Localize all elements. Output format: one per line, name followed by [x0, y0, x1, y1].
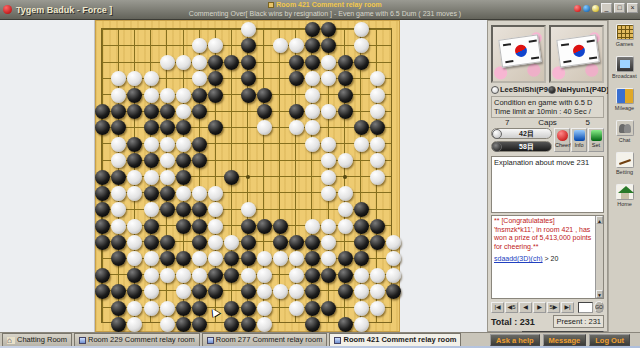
- black-stone: [111, 170, 126, 185]
- black-stone: [338, 88, 353, 103]
- status-dot-red-icon[interactable]: [574, 5, 581, 12]
- white-stone: [176, 284, 191, 299]
- white-stone: [160, 153, 175, 168]
- white-stone: [321, 219, 336, 234]
- black-stone: [289, 104, 304, 119]
- player-photos: [491, 25, 604, 83]
- black-stone: [144, 104, 159, 119]
- black-stone: [338, 268, 353, 283]
- white-stone: [289, 268, 304, 283]
- nav-back5-button[interactable]: ◀5: [505, 302, 518, 313]
- white-stone: [176, 137, 191, 152]
- black-stone: [160, 202, 175, 217]
- white-stone: [241, 22, 256, 37]
- white-stone: [354, 301, 369, 316]
- trigram-icon: [563, 60, 571, 63]
- toolbar-chat-button[interactable]: Chat: [612, 120, 638, 143]
- white-stone: [241, 268, 256, 283]
- white-stone: [144, 284, 159, 299]
- white-stone: [338, 153, 353, 168]
- black-stone: [289, 235, 304, 250]
- captures-row: 7 Caps 5: [491, 118, 604, 127]
- black-stone: [273, 219, 288, 234]
- tab-room-277[interactable]: Room 277 Comment relay room: [202, 333, 328, 346]
- game-status-line: Commenting Over[ Black wins by resignati…: [150, 9, 500, 18]
- board-icon: [207, 337, 214, 344]
- white-stone: [370, 301, 385, 316]
- slider-knob[interactable]: [492, 129, 502, 139]
- white-stone-icon: [491, 86, 499, 94]
- main-menu-toolbar: GamesBroadcastMileageChatBettingHome: [608, 20, 640, 332]
- white-stone: [338, 219, 353, 234]
- chat-count: > 20: [543, 255, 559, 262]
- toolbar-mileage-button[interactable]: Mileage: [612, 88, 638, 111]
- black-stone: [257, 104, 272, 119]
- black-stone: [192, 301, 207, 316]
- white-stone: [144, 137, 159, 152]
- set-gift-icon: [591, 130, 602, 141]
- toolbar-broadcast-button[interactable]: Broadcast: [612, 56, 638, 79]
- titlebar-buttons: _ □ ×: [574, 3, 638, 13]
- slider-knob[interactable]: [492, 142, 502, 152]
- white-stone: [111, 186, 126, 201]
- game-info-sidebar: LeeShiShi(P9 NaHyun1(P4D) Condition en g…: [487, 20, 608, 332]
- games-icon: [616, 24, 634, 40]
- black-stone: [192, 219, 207, 234]
- white-player-photo: [491, 25, 546, 83]
- board-icon: [79, 337, 86, 344]
- black-stone: [370, 235, 385, 250]
- black-stone: [208, 55, 223, 70]
- home-icon: [616, 184, 634, 200]
- black-stone: [241, 88, 256, 103]
- broadcast-icon: [616, 56, 634, 72]
- black-stone: [176, 219, 191, 234]
- black-stone: [338, 284, 353, 299]
- black-stone: [176, 153, 191, 168]
- white-stone: [111, 88, 126, 103]
- white-stone: [127, 219, 142, 234]
- present-move: Present : 231: [553, 315, 604, 328]
- black-stone: [160, 120, 175, 135]
- star-point: [246, 175, 250, 179]
- white-stone: [176, 88, 191, 103]
- go-board[interactable]: ▲: [95, 20, 400, 332]
- explanation-box[interactable]: Explanation about move 231: [491, 156, 604, 213]
- left-empty-panel: [0, 20, 95, 332]
- white-stone: [160, 317, 175, 332]
- minimize-button[interactable]: _: [601, 3, 612, 13]
- black-stone: [224, 170, 239, 185]
- black-stone: [95, 186, 110, 201]
- info-button[interactable]: Info: [571, 128, 587, 152]
- white-stone: [176, 55, 191, 70]
- trigram-icon: [561, 43, 569, 46]
- black-stone: [160, 235, 175, 250]
- black-stone: [257, 219, 272, 234]
- white-stone: [127, 317, 142, 332]
- black-stone: [241, 317, 256, 332]
- trigram-icon: [589, 56, 597, 59]
- white-stone: [257, 317, 272, 332]
- white-stone: [370, 268, 385, 283]
- white-stone: [257, 268, 272, 283]
- black-player-photo: [549, 25, 604, 83]
- white-stone: [127, 170, 142, 185]
- app-icon: [3, 5, 12, 14]
- black-stone: [224, 317, 239, 332]
- white-stone: [127, 301, 142, 316]
- white-stone: [160, 301, 175, 316]
- home-icon: ⌂: [7, 337, 15, 344]
- black-stone: [208, 268, 223, 283]
- black-stone: [176, 301, 191, 316]
- black-player-name: NaHyun1(P4D): [548, 85, 609, 94]
- black-stone: [354, 219, 369, 234]
- go-button[interactable]: GO: [594, 301, 604, 313]
- black-stone: [176, 317, 191, 332]
- logout-button[interactable]: Log Out: [589, 334, 630, 346]
- black-stone: [241, 71, 256, 86]
- white-stone: [160, 137, 175, 152]
- white-stone: [338, 202, 353, 217]
- black-stone: [144, 186, 159, 201]
- info-sign-icon: [574, 130, 585, 141]
- white-captures: 7: [505, 118, 509, 127]
- black-stone: [241, 235, 256, 250]
- black-stone: [95, 268, 110, 283]
- black-stone: [95, 219, 110, 234]
- black-stone: [192, 88, 207, 103]
- cheer-button[interactable]: Cheer!: [554, 128, 570, 152]
- black-captures: 5: [586, 118, 590, 127]
- black-stone: [241, 301, 256, 316]
- white-stone: [111, 137, 126, 152]
- black-stone: [289, 55, 304, 70]
- korean-flag-icon: [556, 34, 600, 67]
- taeguk-icon: [513, 43, 529, 59]
- black-stone: [127, 88, 142, 103]
- white-stone: [144, 251, 159, 266]
- mileage-icon: [616, 88, 634, 104]
- territory-and-buttons: 42目 58目 Cheer! Info Set: [491, 128, 604, 154]
- black-stone: [144, 235, 159, 250]
- set-button[interactable]: Set: [588, 128, 604, 152]
- toolbar-label: Home: [617, 201, 632, 207]
- status-dot-yellow-icon[interactable]: [592, 5, 599, 12]
- black-stone: [354, 120, 369, 135]
- black-stone: [95, 235, 110, 250]
- trigram-icon: [503, 43, 511, 46]
- betting-icon: [616, 152, 634, 168]
- tab-room-229[interactable]: Room 229 Comment relay room: [74, 333, 200, 346]
- white-stone: [192, 186, 207, 201]
- nav-back-button[interactable]: ◀: [519, 302, 532, 313]
- white-stone: [111, 219, 126, 234]
- white-stone: [305, 88, 320, 103]
- black-stone: [257, 88, 272, 103]
- board-icon: [334, 337, 341, 344]
- condition-box: Condition en game with 6.5 D Time limit …: [491, 96, 604, 118]
- move-number-input[interactable]: [578, 302, 593, 313]
- black-stone: [95, 170, 110, 185]
- board-icon: [268, 2, 274, 8]
- black-stone: [144, 120, 159, 135]
- toolbar-label: Broadcast: [612, 73, 637, 79]
- white-stone: [160, 268, 175, 283]
- black-territory-slider[interactable]: 58目: [491, 141, 552, 152]
- black-stone: [305, 317, 320, 332]
- white-stone: [144, 170, 159, 185]
- black-stone: [241, 284, 256, 299]
- black-stone: [386, 284, 401, 299]
- white-territory-value: 42目: [502, 129, 551, 139]
- white-stone: [370, 88, 385, 103]
- black-stone: [338, 251, 353, 266]
- chat-icon: [616, 120, 634, 136]
- black-stone: [111, 301, 126, 316]
- explanation-text: Explanation about move 231: [494, 158, 589, 167]
- black-stone: [241, 38, 256, 53]
- white-stone: [241, 202, 256, 217]
- white-stone: [144, 301, 159, 316]
- black-stone: [338, 317, 353, 332]
- maximize-button[interactable]: □: [614, 3, 625, 13]
- white-stone: [144, 268, 159, 283]
- black-stone: [208, 88, 223, 103]
- trigram-icon: [505, 60, 513, 63]
- white-stone: [354, 22, 369, 37]
- white-stone: [257, 284, 272, 299]
- right-empty-panel: [400, 20, 487, 332]
- black-stone: [241, 55, 256, 70]
- room-title: Room 421 Comment relay room: [150, 0, 500, 9]
- chat-scrollbar[interactable]: ▲ ▼: [595, 216, 603, 298]
- territory-sliders: 42目 58目: [491, 128, 552, 154]
- toolbar-label: Games: [616, 41, 634, 47]
- tab-chatting-room[interactable]: ⌂ Chatting Room: [2, 333, 72, 346]
- black-stone: [305, 55, 320, 70]
- white-stone: [176, 104, 191, 119]
- black-territory-value: 58目: [502, 142, 551, 152]
- white-stone: [289, 301, 304, 316]
- white-stone: [257, 120, 272, 135]
- white-stone: [144, 202, 159, 217]
- black-stone: [192, 317, 207, 332]
- white-stone: [370, 153, 385, 168]
- white-stone: [354, 284, 369, 299]
- totals-row: Total : 231 Present : 231: [491, 315, 604, 328]
- app-window: Tygem Baduk - Force ] Room 421 Comment r…: [0, 0, 640, 348]
- black-stone: [192, 235, 207, 250]
- white-stone: [160, 55, 175, 70]
- black-stone: [273, 235, 288, 250]
- black-stone: [305, 268, 320, 283]
- black-stone: [354, 55, 369, 70]
- white-territory-slider[interactable]: 42目: [491, 128, 552, 139]
- trigram-icon: [587, 40, 595, 43]
- black-stone: [111, 104, 126, 119]
- white-stone: [354, 317, 369, 332]
- move-navigation: |◀ ◀5 ◀ ▶ 5▶ ▶| GO: [491, 301, 604, 313]
- black-stone: [321, 301, 336, 316]
- white-stone: [386, 235, 401, 250]
- black-stone: [160, 186, 175, 201]
- white-stone: [338, 186, 353, 201]
- trigram-icon: [531, 56, 539, 59]
- nav-last-button[interactable]: ▶|: [561, 302, 574, 313]
- total-moves: Total : 231: [491, 317, 535, 327]
- white-stone: [354, 137, 369, 152]
- window-title: Tygem Baduk - Force ]: [16, 5, 112, 15]
- white-stone: [321, 170, 336, 185]
- tab-room-421[interactable]: Room 421 Comment relay room: [329, 333, 461, 346]
- black-stone: [127, 137, 142, 152]
- white-stone: [160, 88, 175, 103]
- white-player-name: LeeShiShi(P9: [491, 85, 548, 94]
- white-stone: [144, 71, 159, 86]
- toolbar-home-button[interactable]: Home: [612, 184, 638, 207]
- message-button[interactable]: Message: [543, 334, 587, 346]
- room-tabs-bar: ⌂ Chatting Room Room 229 Comment relay r…: [0, 332, 640, 346]
- korean-flag-icon: [498, 34, 542, 67]
- white-stone: [386, 268, 401, 283]
- black-stone: [95, 104, 110, 119]
- black-stone: [192, 137, 207, 152]
- nav-first-button[interactable]: |◀: [491, 302, 504, 313]
- room-buttons: Cheer! Info Set: [554, 128, 604, 154]
- black-stone: [241, 219, 256, 234]
- cheer-ball-icon: [557, 130, 568, 141]
- time-limit-line: Time limit ar 10min : 40 Sec /: [494, 107, 601, 116]
- black-stone: [338, 71, 353, 86]
- white-stone: [176, 186, 191, 201]
- white-stone: [370, 104, 385, 119]
- nav-forward-button[interactable]: ▶: [533, 302, 546, 313]
- white-stone: [370, 137, 385, 152]
- white-stone: [160, 170, 175, 185]
- black-stone: [241, 251, 256, 266]
- chat-notice: ** [Congratulatates] 'fnsmzk*k11', in ro…: [494, 217, 594, 251]
- white-stone: [370, 71, 385, 86]
- white-stone: [208, 219, 223, 234]
- black-stone: [144, 153, 159, 168]
- close-button[interactable]: ×: [627, 3, 638, 13]
- toolbar-label: Betting: [616, 169, 633, 175]
- black-stone: [160, 104, 175, 119]
- chat-box[interactable]: ** [Congratulatates] 'fnsmzk*k11', in ro…: [491, 215, 604, 299]
- toolbar-games-button[interactable]: Games: [612, 24, 638, 47]
- black-stone: [354, 202, 369, 217]
- scroll-up-icon[interactable]: ▲: [596, 216, 603, 224]
- white-stone: [176, 268, 191, 283]
- white-stone: [305, 219, 320, 234]
- nav-forward5-button[interactable]: 5▶: [547, 302, 560, 313]
- titlebar: Tygem Baduk - Force ] Room 421 Comment r…: [0, 0, 640, 20]
- black-stone: [224, 301, 239, 316]
- black-stone: [338, 55, 353, 70]
- toolbar-label: Mileage: [615, 105, 634, 111]
- white-stone: [354, 268, 369, 283]
- white-stone: [305, 137, 320, 152]
- black-stone: [338, 104, 353, 119]
- captures-label: Caps: [538, 118, 557, 127]
- white-stone: [370, 170, 385, 185]
- ask-help-button[interactable]: Ask a help: [490, 334, 540, 346]
- taeguk-icon: [571, 43, 587, 59]
- white-stone: [208, 186, 223, 201]
- status-dot-blue-icon[interactable]: [583, 5, 590, 12]
- toolbar-betting-button[interactable]: Betting: [612, 152, 638, 175]
- black-stone: [305, 301, 320, 316]
- condition-line: Condition en game with 6.5 D: [494, 98, 601, 107]
- white-stone: [192, 268, 207, 283]
- black-stone-icon: [548, 86, 556, 94]
- toolbar-label: Chat: [619, 137, 631, 143]
- black-stone: [354, 235, 369, 250]
- white-stone: [144, 88, 159, 103]
- titlebar-center: Room 421 Comment relay room Commenting O…: [150, 0, 500, 20]
- trigram-icon: [529, 40, 537, 43]
- black-stone: [192, 104, 207, 119]
- white-stone: [386, 251, 401, 266]
- white-stone: [257, 301, 272, 316]
- black-stone: [176, 170, 191, 185]
- black-stone: [144, 219, 159, 234]
- footer-buttons: Ask a help Message Log Out: [490, 334, 630, 346]
- player-names: LeeShiShi(P9 NaHyun1(P4D): [491, 85, 604, 94]
- chat-user-link[interactable]: sdaadd(3D)(ch): [494, 255, 543, 262]
- black-stone: [370, 219, 385, 234]
- black-stone: [111, 317, 126, 332]
- white-stone: [273, 284, 288, 299]
- scroll-down-icon[interactable]: ▼: [596, 290, 603, 298]
- white-stone: [192, 55, 207, 70]
